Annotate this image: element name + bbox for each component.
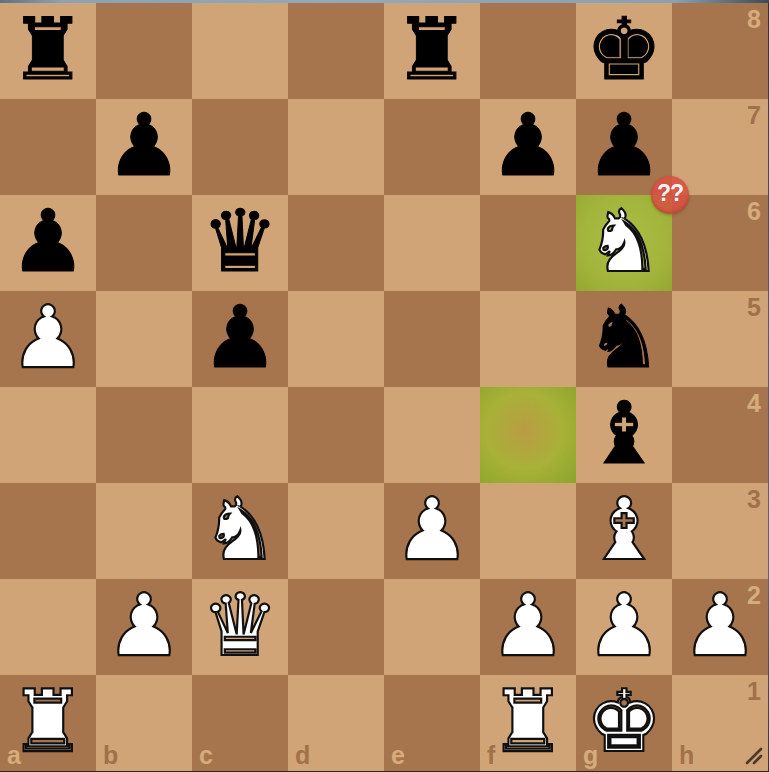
square-f3[interactable] [480,483,576,579]
piece-white-knight[interactable]: ♞ [585,198,662,284]
square-h3[interactable]: 3 [672,483,768,579]
rank-label-5: 5 [747,295,761,320]
square-g8[interactable]: ♚ [576,3,672,99]
square-f5[interactable] [480,291,576,387]
square-h2[interactable]: ♟2 [672,579,768,675]
square-f7[interactable]: ♟ [480,99,576,195]
square-h7[interactable]: 7 [672,99,768,195]
square-c7[interactable] [192,99,288,195]
square-g4[interactable]: ♝ [576,387,672,483]
square-h4[interactable]: 4 [672,387,768,483]
square-b4[interactable] [96,387,192,483]
move-classification-badge: ?? [651,176,689,214]
square-d3[interactable] [288,483,384,579]
piece-white-queen[interactable]: ♛ [201,582,278,668]
chess-board: ?? ♜♜♚8♟♟♟7♟♛♞6♟♟♞5♝4♞♟♝3♟♛♟♟♟2♜abcde♜f♚… [0,3,768,771]
piece-black-rook[interactable]: ♜ [9,6,86,92]
board-resize-handle-icon[interactable] [744,746,764,766]
piece-black-king[interactable]: ♚ [585,6,662,92]
square-c8[interactable] [192,3,288,99]
rank-label-7: 7 [747,103,761,128]
square-g5[interactable]: ♞ [576,291,672,387]
square-d1[interactable]: d [288,675,384,771]
square-c2[interactable]: ♛ [192,579,288,675]
square-c5[interactable]: ♟ [192,291,288,387]
rank-label-3: 3 [747,487,761,512]
square-e7[interactable] [384,99,480,195]
square-b3[interactable] [96,483,192,579]
square-h5[interactable]: 5 [672,291,768,387]
file-label-f: f [487,743,495,768]
rank-label-4: 4 [747,391,761,416]
square-d7[interactable] [288,99,384,195]
square-g2[interactable]: ♟ [576,579,672,675]
square-e5[interactable] [384,291,480,387]
square-f4[interactable] [480,387,576,483]
square-a3[interactable] [0,483,96,579]
file-label-e: e [391,743,405,768]
square-c3[interactable]: ♞ [192,483,288,579]
piece-black-rook[interactable]: ♜ [393,6,470,92]
square-h6[interactable]: 6 [672,195,768,291]
square-b5[interactable] [96,291,192,387]
square-g3[interactable]: ♝ [576,483,672,579]
square-a5[interactable]: ♟ [0,291,96,387]
file-label-c: c [199,743,213,768]
file-label-h: h [679,743,694,768]
file-label-d: d [295,743,310,768]
square-b7[interactable]: ♟ [96,99,192,195]
piece-black-pawn[interactable]: ♟ [9,198,86,284]
piece-black-pawn[interactable]: ♟ [105,102,182,188]
square-c1[interactable]: c [192,675,288,771]
square-e3[interactable]: ♟ [384,483,480,579]
square-b8[interactable] [96,3,192,99]
square-d2[interactable] [288,579,384,675]
square-e1[interactable]: e [384,675,480,771]
piece-black-pawn[interactable]: ♟ [201,294,278,380]
square-e2[interactable] [384,579,480,675]
square-d5[interactable] [288,291,384,387]
piece-white-bishop[interactable]: ♝ [585,486,662,572]
square-d8[interactable] [288,3,384,99]
square-b2[interactable]: ♟ [96,579,192,675]
square-f2[interactable]: ♟ [480,579,576,675]
piece-black-bishop[interactable]: ♝ [585,390,662,476]
square-f6[interactable] [480,195,576,291]
piece-white-rook[interactable]: ♜ [9,678,86,764]
square-e8[interactable]: ♜ [384,3,480,99]
rank-label-2: 2 [747,583,761,608]
piece-white-knight[interactable]: ♞ [201,486,278,572]
piece-black-pawn[interactable]: ♟ [489,102,566,188]
square-a8[interactable]: ♜ [0,3,96,99]
square-a1[interactable]: ♜a [0,675,96,771]
piece-white-pawn[interactable]: ♟ [585,582,662,668]
square-a6[interactable]: ♟ [0,195,96,291]
piece-black-queen[interactable]: ♛ [201,198,278,284]
piece-black-knight[interactable]: ♞ [585,294,662,380]
rank-label-8: 8 [747,7,761,32]
piece-white-pawn[interactable]: ♟ [105,582,182,668]
square-h8[interactable]: 8 [672,3,768,99]
square-f1[interactable]: ♜f [480,675,576,771]
piece-white-pawn[interactable]: ♟ [393,486,470,572]
file-label-g: g [583,743,598,768]
piece-white-pawn[interactable]: ♟ [489,582,566,668]
rank-label-6: 6 [747,199,761,224]
square-g1[interactable]: ♚g [576,675,672,771]
piece-white-pawn[interactable]: ♟ [9,294,86,380]
square-c6[interactable]: ♛ [192,195,288,291]
square-e4[interactable] [384,387,480,483]
square-e6[interactable] [384,195,480,291]
square-a2[interactable] [0,579,96,675]
rank-label-1: 1 [747,679,761,704]
square-d4[interactable] [288,387,384,483]
square-c4[interactable] [192,387,288,483]
file-label-a: a [7,743,21,768]
square-d6[interactable] [288,195,384,291]
square-f8[interactable] [480,3,576,99]
square-b1[interactable]: b [96,675,192,771]
square-a7[interactable] [0,99,96,195]
file-label-b: b [103,743,118,768]
piece-black-pawn[interactable]: ♟ [585,102,662,188]
square-b6[interactable] [96,195,192,291]
piece-white-rook[interactable]: ♜ [489,678,566,764]
square-a4[interactable] [0,387,96,483]
